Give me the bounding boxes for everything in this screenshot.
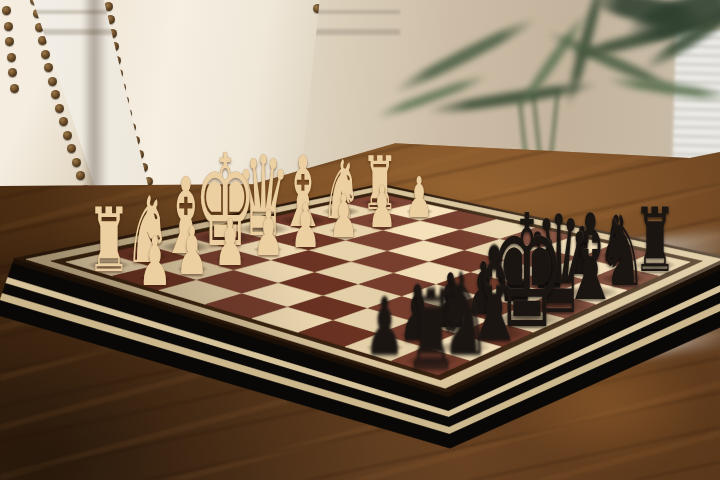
photo-scene: ♜♞♝♛♚♝♞♜♟♟♟♟♟♟♟♟♟♟♟♟♟♟♟♟♜♞♝♛♚♝♞♜	[0, 0, 720, 480]
chess-board	[0, 0, 720, 480]
